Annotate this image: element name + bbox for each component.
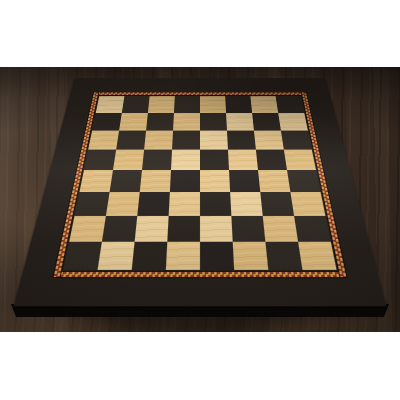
square-b7: [119, 113, 148, 131]
square-h6: [281, 131, 312, 150]
square-a4: [79, 170, 113, 192]
square-f4: [229, 170, 260, 192]
inlay-border-top: [93, 92, 306, 95]
chess-board: [14, 78, 387, 306]
inlay-border-bottom: [54, 272, 347, 277]
square-h2: [294, 216, 331, 242]
square-e4: [200, 170, 230, 192]
square-c3: [137, 192, 170, 216]
square-f6: [227, 131, 256, 150]
square-e2: [200, 216, 233, 242]
square-d7: [173, 113, 200, 131]
square-d1: [166, 242, 200, 270]
square-c6: [144, 131, 173, 150]
square-f5: [228, 150, 258, 170]
square-b3: [106, 192, 140, 216]
square-d4: [170, 170, 200, 192]
square-e5: [200, 150, 229, 170]
square-c1: [132, 242, 168, 270]
square-h7: [278, 113, 308, 131]
square-a5: [84, 150, 116, 170]
square-e7: [200, 113, 227, 131]
square-h3: [290, 192, 325, 216]
square-h8: [276, 96, 305, 113]
square-g1: [265, 242, 302, 270]
square-b4: [110, 170, 142, 192]
square-g5: [256, 150, 287, 170]
screenshot: [0, 0, 400, 400]
square-c5: [142, 150, 172, 170]
square-g6: [254, 131, 284, 150]
square-a7: [92, 113, 122, 131]
square-g2: [263, 216, 298, 242]
square-f3: [230, 192, 263, 216]
board-frame: [14, 78, 387, 306]
square-c8: [148, 96, 175, 113]
square-a1: [63, 242, 101, 270]
square-f7: [226, 113, 254, 131]
square-b6: [116, 131, 146, 150]
square-d6: [172, 131, 200, 150]
square-c2: [135, 216, 169, 242]
square-g3: [260, 192, 294, 216]
square-a6: [88, 131, 119, 150]
square-c7: [146, 113, 174, 131]
square-d8: [174, 96, 200, 113]
square-d3: [169, 192, 200, 216]
square-f1: [233, 242, 269, 270]
photo-area: [0, 67, 400, 332]
square-h5: [284, 150, 316, 170]
square-e3: [200, 192, 231, 216]
square-a8: [96, 96, 125, 113]
square-b5: [113, 150, 144, 170]
square-f8: [225, 96, 252, 113]
square-e8: [200, 96, 226, 113]
playing-area: [63, 96, 336, 270]
square-e6: [200, 131, 228, 150]
square-h1: [298, 242, 336, 270]
square-d5: [171, 150, 200, 170]
square-b1: [98, 242, 135, 270]
square-c4: [140, 170, 171, 192]
square-d2: [167, 216, 200, 242]
square-g7: [252, 113, 281, 131]
square-f2: [231, 216, 265, 242]
square-b8: [122, 96, 150, 113]
square-g4: [258, 170, 290, 192]
square-a2: [69, 216, 106, 242]
square-b2: [102, 216, 137, 242]
square-a3: [75, 192, 110, 216]
square-e1: [200, 242, 234, 270]
square-h4: [287, 170, 321, 192]
square-g8: [250, 96, 278, 113]
